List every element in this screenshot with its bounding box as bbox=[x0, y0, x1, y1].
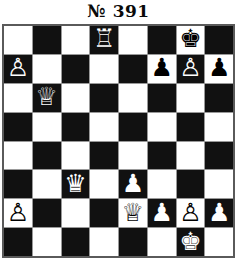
square-e1 bbox=[119, 228, 147, 256]
square-f2: ♟ bbox=[148, 199, 176, 227]
piece-white-king: ♚ bbox=[179, 229, 201, 254]
square-h1 bbox=[205, 228, 233, 256]
square-c2 bbox=[62, 199, 90, 227]
square-b5 bbox=[33, 113, 61, 141]
square-g8: ♚ bbox=[177, 26, 205, 54]
square-e7 bbox=[119, 55, 147, 83]
puzzle-number-title: № 391 bbox=[0, 1, 237, 21]
square-c6 bbox=[62, 84, 90, 112]
square-c5 bbox=[62, 113, 90, 141]
square-c1 bbox=[62, 228, 90, 256]
piece-black-pawn: ♟ bbox=[208, 55, 230, 80]
square-g7: ♙ bbox=[177, 55, 205, 83]
square-e4 bbox=[119, 142, 147, 170]
square-g2: ♙ bbox=[177, 199, 205, 227]
square-e6 bbox=[119, 84, 147, 112]
piece-black-queen: ♕ bbox=[35, 84, 57, 109]
square-g1: ♚ bbox=[177, 228, 205, 256]
square-f8 bbox=[148, 26, 176, 54]
square-h2: ♟ bbox=[205, 199, 233, 227]
piece-black-pawn: ♟ bbox=[150, 55, 172, 80]
square-b8 bbox=[33, 26, 61, 54]
square-a7: ♙ bbox=[4, 55, 32, 83]
square-b6: ♕ bbox=[33, 84, 61, 112]
square-a3 bbox=[4, 170, 32, 198]
square-b4 bbox=[33, 142, 61, 170]
square-c4 bbox=[62, 142, 90, 170]
piece-white-queen: ♕ bbox=[122, 200, 144, 225]
square-g3 bbox=[177, 170, 205, 198]
square-h4 bbox=[205, 142, 233, 170]
square-e8 bbox=[119, 26, 147, 54]
square-f3 bbox=[148, 170, 176, 198]
piece-black-king: ♚ bbox=[179, 26, 201, 51]
square-f5 bbox=[148, 113, 176, 141]
piece-white-queen: ♛ bbox=[64, 171, 86, 196]
square-d6 bbox=[90, 84, 118, 112]
square-g4 bbox=[177, 142, 205, 170]
square-e3: ♟ bbox=[119, 170, 147, 198]
piece-black-rook: ♖ bbox=[93, 26, 115, 51]
square-d2 bbox=[90, 199, 118, 227]
square-a1 bbox=[4, 228, 32, 256]
square-h5 bbox=[205, 113, 233, 141]
square-d8: ♖ bbox=[90, 26, 118, 54]
chess-board: ♖♚♙♟♙♟♕♛♟♙♕♟♙♟♚ bbox=[2, 24, 235, 258]
piece-white-pawn: ♙ bbox=[179, 200, 201, 225]
square-f1 bbox=[148, 228, 176, 256]
square-f6 bbox=[148, 84, 176, 112]
square-f4 bbox=[148, 142, 176, 170]
piece-black-pawn: ♙ bbox=[179, 55, 201, 80]
square-d4 bbox=[90, 142, 118, 170]
piece-white-pawn: ♙ bbox=[7, 200, 29, 225]
piece-white-pawn: ♟ bbox=[150, 200, 172, 225]
square-b2 bbox=[33, 199, 61, 227]
square-a6 bbox=[4, 84, 32, 112]
square-e2: ♕ bbox=[119, 199, 147, 227]
square-d7 bbox=[90, 55, 118, 83]
square-f7: ♟ bbox=[148, 55, 176, 83]
square-g5 bbox=[177, 113, 205, 141]
square-h7: ♟ bbox=[205, 55, 233, 83]
square-c3: ♛ bbox=[62, 170, 90, 198]
square-d1 bbox=[90, 228, 118, 256]
square-a5 bbox=[4, 113, 32, 141]
piece-white-pawn: ♟ bbox=[208, 200, 230, 225]
square-c7 bbox=[62, 55, 90, 83]
piece-black-pawn: ♙ bbox=[7, 55, 29, 80]
square-d3 bbox=[90, 170, 118, 198]
square-h6 bbox=[205, 84, 233, 112]
square-g6 bbox=[177, 84, 205, 112]
square-a8 bbox=[4, 26, 32, 54]
square-b1 bbox=[33, 228, 61, 256]
square-h8 bbox=[205, 26, 233, 54]
square-d5 bbox=[90, 113, 118, 141]
square-b3 bbox=[33, 170, 61, 198]
square-a2: ♙ bbox=[4, 199, 32, 227]
square-a4 bbox=[4, 142, 32, 170]
square-c8 bbox=[62, 26, 90, 54]
piece-white-pawn: ♟ bbox=[122, 171, 144, 196]
square-h3 bbox=[205, 170, 233, 198]
square-b7 bbox=[33, 55, 61, 83]
square-e5 bbox=[119, 113, 147, 141]
